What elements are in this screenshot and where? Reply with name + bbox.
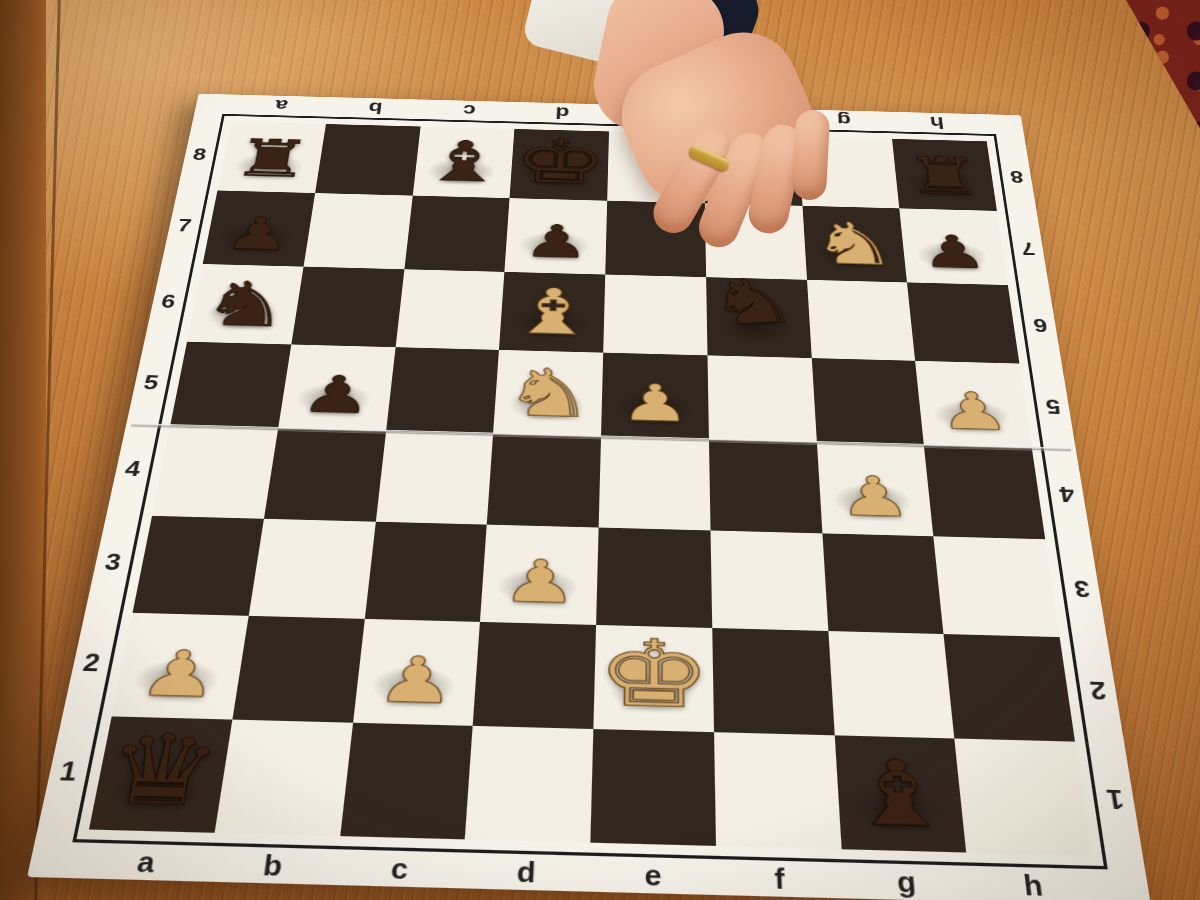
piece-black-pawn-a7: ♟ bbox=[222, 187, 290, 256]
square-h7: ♟ bbox=[899, 208, 1007, 285]
square-d7: ♟ bbox=[505, 198, 608, 274]
square-f2 bbox=[712, 628, 834, 736]
file-label-h: h bbox=[889, 112, 985, 134]
piece-black-pawn-b5: ♟ bbox=[298, 345, 371, 418]
file-label-a: a bbox=[233, 95, 330, 117]
square-g1: ♝ bbox=[834, 736, 966, 853]
chessboard: abcdefgh abcdefgh 87654321 87654321 ♜♝♚♜… bbox=[27, 94, 1151, 900]
piece-black-bishop-g1: ♝ bbox=[847, 723, 960, 836]
file-label-e: e bbox=[589, 856, 716, 895]
file-label-g: g bbox=[842, 862, 972, 900]
square-f3 bbox=[710, 530, 828, 630]
square-f8 bbox=[703, 134, 802, 206]
square-c3 bbox=[364, 521, 487, 621]
file-label-b: b bbox=[207, 846, 339, 885]
square-c4 bbox=[375, 431, 493, 524]
square-b7 bbox=[303, 193, 412, 269]
square-f6: ♞ bbox=[706, 277, 811, 358]
square-g6 bbox=[807, 279, 916, 361]
square-g7: ♞ bbox=[802, 206, 907, 282]
square-c2: ♟ bbox=[352, 618, 480, 726]
square-h2 bbox=[944, 634, 1075, 742]
piece-white-pawn-h5: ♟ bbox=[941, 362, 1014, 435]
square-b2 bbox=[232, 615, 364, 723]
square-d4 bbox=[487, 434, 601, 527]
square-c5 bbox=[386, 347, 500, 434]
square-d6: ♝ bbox=[499, 272, 605, 353]
piece-white-pawn-a2: ♟ bbox=[135, 622, 217, 704]
square-f4 bbox=[709, 440, 822, 533]
square-c1 bbox=[340, 723, 473, 839]
square-a5 bbox=[170, 342, 291, 429]
square-f7 bbox=[705, 203, 807, 279]
board-surface: abcdefgh abcdefgh 87654321 87654321 ♜♝♚♜… bbox=[27, 94, 1151, 900]
file-label-d: d bbox=[462, 853, 590, 892]
square-d5: ♞ bbox=[493, 350, 603, 437]
file-label-c: c bbox=[421, 100, 516, 122]
board-grid: ♜♝♚♜♟♟♞♟♞♝♞♟♞♟♟♟♟♟♟♚♛♝ bbox=[89, 122, 1092, 856]
file-label-h: h bbox=[968, 866, 1099, 900]
square-a6: ♞ bbox=[187, 264, 303, 345]
square-h6 bbox=[907, 282, 1019, 364]
square-e4 bbox=[599, 437, 711, 530]
square-b3 bbox=[248, 519, 375, 619]
square-f5 bbox=[707, 356, 816, 443]
square-b5: ♟ bbox=[278, 345, 395, 432]
piece-white-pawn-c2: ♟ bbox=[374, 628, 456, 710]
square-e1 bbox=[590, 729, 715, 846]
file-label-c: c bbox=[334, 849, 464, 888]
square-e6 bbox=[603, 274, 707, 355]
square-a7: ♟ bbox=[203, 190, 315, 266]
square-e3 bbox=[596, 527, 712, 627]
square-d1 bbox=[465, 726, 593, 843]
piece-white-pawn-d3: ♟ bbox=[500, 531, 579, 610]
square-a1: ♛ bbox=[89, 717, 232, 833]
square-d8: ♚ bbox=[510, 129, 609, 201]
square-b8 bbox=[315, 124, 420, 195]
piece-white-pawn-e5: ♟ bbox=[619, 354, 692, 427]
square-a3 bbox=[133, 516, 264, 616]
square-h4 bbox=[924, 445, 1045, 539]
square-e7 bbox=[605, 201, 706, 277]
square-d3: ♟ bbox=[480, 524, 598, 624]
file-label-a: a bbox=[79, 843, 212, 882]
file-label-d: d bbox=[515, 102, 610, 124]
square-h8: ♜ bbox=[892, 139, 997, 211]
square-b4 bbox=[264, 429, 386, 522]
square-c6 bbox=[395, 269, 505, 350]
square-b6 bbox=[291, 266, 404, 347]
square-f1 bbox=[714, 732, 841, 849]
square-g2 bbox=[828, 631, 955, 739]
square-e5: ♟ bbox=[601, 353, 709, 440]
file-label-g: g bbox=[796, 109, 891, 131]
square-a2: ♟ bbox=[112, 612, 249, 719]
file-label-b: b bbox=[327, 97, 423, 119]
piece-black-pawn-d7: ♟ bbox=[522, 194, 590, 263]
square-e2: ♚ bbox=[593, 624, 713, 732]
file-label-f: f bbox=[716, 859, 844, 898]
square-g5 bbox=[811, 358, 924, 445]
square-e8 bbox=[607, 131, 704, 203]
square-g8 bbox=[798, 136, 900, 208]
square-h5: ♟ bbox=[915, 361, 1031, 448]
square-h3 bbox=[934, 536, 1060, 637]
square-c7 bbox=[404, 195, 510, 271]
file-label-f: f bbox=[703, 107, 797, 129]
piece-white-pawn-g4: ♟ bbox=[840, 446, 916, 522]
square-h1 bbox=[955, 739, 1092, 856]
file-label-e: e bbox=[609, 104, 703, 126]
piece-black-pawn-h7: ♟ bbox=[923, 205, 991, 274]
square-a4 bbox=[152, 426, 278, 519]
square-b1 bbox=[214, 720, 352, 836]
square-g4: ♟ bbox=[816, 443, 933, 536]
square-d2 bbox=[473, 621, 596, 729]
square-c8: ♝ bbox=[412, 126, 514, 197]
square-a8: ♜ bbox=[217, 122, 325, 193]
square-g3 bbox=[822, 533, 944, 633]
